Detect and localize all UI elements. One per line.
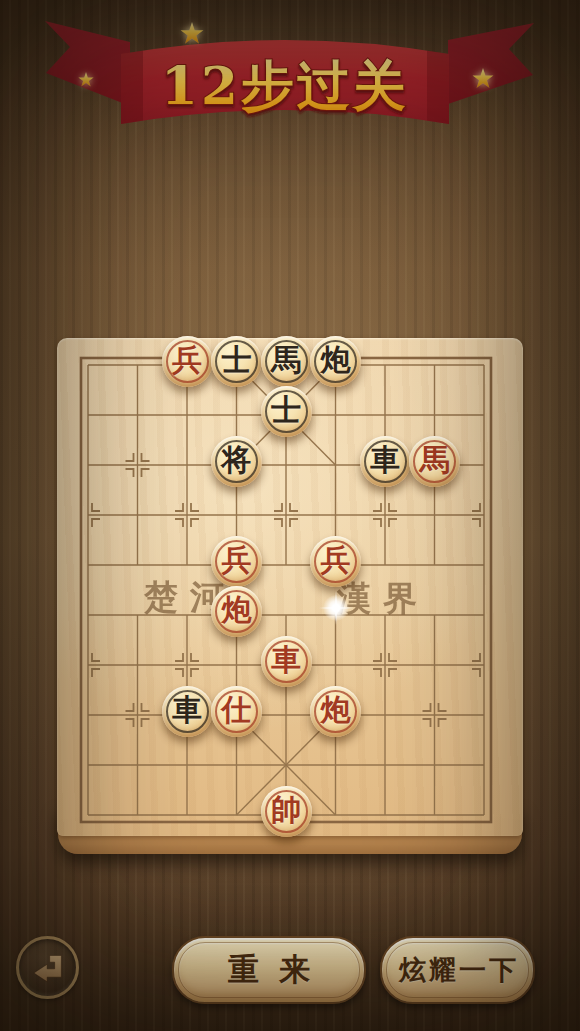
piece-label: 炮	[321, 345, 351, 375]
piece-red-兵[interactable]: 兵	[162, 336, 213, 387]
xiangqi-board: 楚河 漢界 兵士馬炮士将車馬兵兵炮車車仕炮帥	[57, 338, 523, 854]
piece-label: 馬	[271, 345, 301, 375]
piece-red-兵[interactable]: 兵	[211, 536, 262, 587]
restart-button[interactable]: 重来	[172, 936, 366, 1004]
piece-label: 車	[172, 695, 202, 725]
piece-label: 馬	[420, 445, 450, 475]
showoff-button-label: 炫耀一下	[396, 952, 519, 988]
piece-label: 帥	[271, 795, 301, 825]
piece-label: 車	[271, 645, 301, 675]
piece-label: 兵	[321, 545, 351, 575]
piece-black-炮[interactable]: 炮	[310, 336, 361, 387]
piece-black-馬[interactable]: 馬	[261, 336, 312, 387]
piece-red-炮[interactable]: 炮	[310, 686, 361, 737]
piece-label: 兵	[172, 345, 202, 375]
restart-button-label: 重来	[208, 949, 330, 991]
piece-black-士[interactable]: 士	[211, 336, 262, 387]
piece-black-車[interactable]: 車	[360, 436, 411, 487]
piece-red-炮[interactable]: 炮	[211, 586, 262, 637]
piece-black-士[interactable]: 士	[261, 386, 312, 437]
piece-red-馬[interactable]: 馬	[409, 436, 460, 487]
showoff-button[interactable]: 炫耀一下	[380, 936, 535, 1004]
piece-label: 将	[222, 445, 252, 475]
piece-red-仕[interactable]: 仕	[211, 686, 262, 737]
river-right-label: 漢界	[336, 578, 429, 618]
star-icon	[181, 22, 204, 44]
piece-label: 士	[271, 395, 301, 425]
piece-label: 炮	[321, 695, 351, 725]
piece-label: 車	[370, 445, 400, 475]
return-arrow-icon	[28, 948, 68, 988]
banner-title: 12步过关	[161, 54, 409, 116]
piece-black-車[interactable]: 車	[162, 686, 213, 737]
banner-ribbon: 12步过关	[0, 0, 580, 170]
piece-label: 士	[222, 345, 252, 375]
piece-red-兵[interactable]: 兵	[310, 536, 361, 587]
piece-black-将[interactable]: 将	[211, 436, 262, 487]
piece-label: 仕	[222, 695, 252, 725]
piece-label: 兵	[222, 545, 252, 575]
piece-red-車[interactable]: 車	[261, 636, 312, 687]
back-button[interactable]	[16, 936, 79, 999]
piece-red-帥[interactable]: 帥	[261, 786, 312, 837]
piece-label: 炮	[222, 595, 252, 625]
